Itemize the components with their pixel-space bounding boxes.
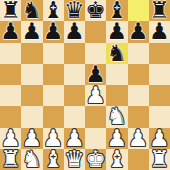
- square-h4[interactable]: [149, 85, 170, 106]
- square-c4[interactable]: [43, 85, 64, 106]
- white-pawn[interactable]: ♟: [128, 128, 149, 149]
- square-d1[interactable]: ♛: [64, 149, 85, 170]
- square-e1[interactable]: ♚: [85, 149, 106, 170]
- square-b5[interactable]: [21, 64, 42, 85]
- white-rook[interactable]: ♜: [0, 149, 21, 170]
- square-f6[interactable]: ♞: [106, 43, 127, 64]
- square-c7[interactable]: ♟: [43, 21, 64, 42]
- square-g5[interactable]: [128, 64, 149, 85]
- white-bishop[interactable]: ♝: [107, 149, 128, 170]
- square-c6[interactable]: [43, 43, 64, 64]
- black-knight[interactable]: ♞: [107, 43, 128, 64]
- square-d4[interactable]: [64, 85, 85, 106]
- square-d5[interactable]: [64, 64, 85, 85]
- square-g4[interactable]: [128, 85, 149, 106]
- white-rook[interactable]: ♜: [149, 149, 170, 170]
- square-g6[interactable]: [128, 43, 149, 64]
- square-b1[interactable]: ♞: [21, 149, 42, 170]
- square-f1[interactable]: ♝: [106, 149, 127, 170]
- white-bishop[interactable]: ♝: [43, 149, 64, 170]
- square-c1[interactable]: ♝: [43, 149, 64, 170]
- square-g2[interactable]: ♟: [128, 128, 149, 149]
- black-pawn[interactable]: ♟: [0, 21, 21, 42]
- square-h6[interactable]: [149, 43, 170, 64]
- square-e7[interactable]: [85, 21, 106, 42]
- white-knight[interactable]: ♞: [22, 149, 43, 170]
- square-h7[interactable]: ♟: [149, 21, 170, 42]
- chess-board: ♜♞♝♛♚♝♜♟♟♟♟♟♟♟♞♟♟♞♟♟♟♟♟♟♟♜♞♝♛♚♝♜: [0, 0, 170, 170]
- white-pawn[interactable]: ♟: [85, 85, 106, 106]
- square-g1[interactable]: [128, 149, 149, 170]
- square-a7[interactable]: ♟: [0, 21, 21, 42]
- square-a1[interactable]: ♜: [0, 149, 21, 170]
- black-king[interactable]: ♚: [85, 0, 106, 21]
- white-queen[interactable]: ♛: [64, 149, 85, 170]
- black-pawn[interactable]: ♟: [149, 21, 170, 42]
- square-a6[interactable]: [0, 43, 21, 64]
- square-g7[interactable]: ♟: [128, 21, 149, 42]
- square-h1[interactable]: ♜: [149, 149, 170, 170]
- square-b4[interactable]: [21, 85, 42, 106]
- square-b7[interactable]: ♟: [21, 21, 42, 42]
- square-h5[interactable]: [149, 64, 170, 85]
- square-d6[interactable]: [64, 43, 85, 64]
- black-pawn[interactable]: ♟: [128, 21, 149, 42]
- square-a5[interactable]: [0, 64, 21, 85]
- white-king[interactable]: ♚: [85, 149, 106, 170]
- black-pawn[interactable]: ♟: [43, 21, 64, 42]
- square-e3[interactable]: [85, 106, 106, 127]
- square-c5[interactable]: [43, 64, 64, 85]
- square-d7[interactable]: ♟: [64, 21, 85, 42]
- black-pawn[interactable]: ♟: [22, 21, 43, 42]
- square-e4[interactable]: ♟: [85, 85, 106, 106]
- square-a4[interactable]: [0, 85, 21, 106]
- black-pawn[interactable]: ♟: [64, 21, 85, 42]
- square-e8[interactable]: ♚: [85, 0, 106, 21]
- square-b6[interactable]: [21, 43, 42, 64]
- square-f5[interactable]: [106, 64, 127, 85]
